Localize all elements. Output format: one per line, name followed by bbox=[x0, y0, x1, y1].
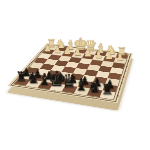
white-pawn[interactable]: ♟ bbox=[115, 52, 124, 62]
rank-label-6: 6 bbox=[120, 82, 123, 84]
white-pawn[interactable]: ♟ bbox=[43, 44, 51, 53]
file-label-e: e bbox=[53, 91, 56, 93]
rank-label-1: 1 bbox=[129, 56, 131, 57]
rank-label-3: 3 bbox=[126, 66, 128, 68]
white-pawn[interactable]: ♟ bbox=[94, 50, 103, 60]
black-rook[interactable]: ♜ bbox=[15, 70, 27, 83]
rank-label-4: 4 bbox=[124, 71, 126, 73]
black-rook[interactable]: ♜ bbox=[101, 83, 114, 97]
file-label-g: g bbox=[29, 87, 32, 89]
rank-label-2: 2 bbox=[127, 61, 129, 63]
chess-board: ♜♞♝♚♛♝♞♜♟♟♟♟♟♟♟♟♟♟♟♟♟♟♟♟♜♞♝♚♛♝♞♜ hgfedcb… bbox=[7, 43, 132, 103]
product-photo: ♜♞♝♚♛♝♞♜♟♟♟♟♟♟♟♟♟♟♟♟♟♟♟♟♜♞♝♚♛♝♞♜ hgfedcb… bbox=[0, 0, 150, 150]
rank-label-7: 7 bbox=[118, 88, 121, 90]
file-label-a: a bbox=[105, 99, 108, 101]
square-c4[interactable] bbox=[87, 64, 101, 71]
rank-label-5: 5 bbox=[122, 76, 125, 78]
white-pawn[interactable]: ♟ bbox=[73, 47, 82, 57]
black-knight[interactable]: ♞ bbox=[87, 79, 101, 95]
white-pawn[interactable]: ♟ bbox=[83, 48, 92, 58]
file-label-b: b bbox=[91, 97, 94, 99]
file-label-c: c bbox=[78, 95, 81, 97]
square-a8[interactable]: ♜ bbox=[100, 90, 116, 99]
board-scene: ♜♞♝♚♛♝♞♜♟♟♟♟♟♟♟♟♟♟♟♟♟♟♟♟♜♞♝♚♛♝♞♜ hgfedcb… bbox=[26, 18, 126, 118]
white-pawn[interactable]: ♟ bbox=[104, 51, 113, 61]
file-label-d: d bbox=[66, 93, 69, 95]
rank-label-8: 8 bbox=[116, 95, 119, 97]
white-pawn[interactable]: ♟ bbox=[63, 46, 72, 56]
file-label-f: f bbox=[41, 89, 43, 91]
file-label-h: h bbox=[17, 85, 20, 87]
white-pawn[interactable]: ♟ bbox=[53, 45, 61, 54]
